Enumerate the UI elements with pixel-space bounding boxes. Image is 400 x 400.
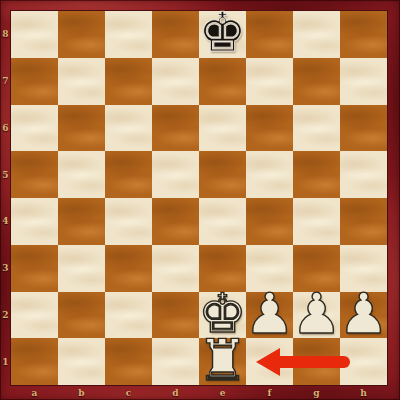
- square-h8[interactable]: [340, 11, 387, 58]
- square-b2[interactable]: [58, 292, 105, 339]
- square-b5[interactable]: [58, 151, 105, 198]
- square-g7[interactable]: [293, 58, 340, 105]
- chess-board: ♚♚♟♟♟♜: [11, 11, 387, 385]
- square-a6[interactable]: [11, 105, 58, 152]
- square-g6[interactable]: [293, 105, 340, 152]
- square-f7[interactable]: [246, 58, 293, 105]
- square-e2[interactable]: ♚: [199, 292, 246, 339]
- square-f6[interactable]: [246, 105, 293, 152]
- square-g1[interactable]: [293, 338, 340, 385]
- square-f1[interactable]: [246, 338, 293, 385]
- file-label-b: b: [58, 385, 105, 400]
- white-rook[interactable]: ♜: [199, 337, 246, 384]
- square-e4[interactable]: [199, 198, 246, 245]
- square-f2[interactable]: ♟: [246, 292, 293, 339]
- square-e8[interactable]: ♚: [199, 11, 246, 58]
- square-h4[interactable]: [340, 198, 387, 245]
- square-d8[interactable]: [152, 11, 199, 58]
- square-d7[interactable]: [152, 58, 199, 105]
- square-g8[interactable]: [293, 11, 340, 58]
- file-label-g: g: [293, 385, 340, 400]
- square-c4[interactable]: [105, 198, 152, 245]
- rank-labels: 87654321: [0, 11, 11, 385]
- square-e7[interactable]: [199, 58, 246, 105]
- square-d2[interactable]: [152, 292, 199, 339]
- rank-label-7: 7: [0, 58, 11, 105]
- rank-label-8: 8: [0, 11, 11, 58]
- rank-label-6: 6: [0, 105, 11, 152]
- square-c3[interactable]: [105, 245, 152, 292]
- rank-label-5: 5: [0, 151, 11, 198]
- file-label-f: f: [246, 385, 293, 400]
- white-pawn[interactable]: ♟: [293, 291, 340, 338]
- square-h5[interactable]: [340, 151, 387, 198]
- square-d5[interactable]: [152, 151, 199, 198]
- rank-label-2: 2: [0, 292, 11, 339]
- square-h2[interactable]: ♟: [340, 292, 387, 339]
- file-label-c: c: [105, 385, 152, 400]
- square-h3[interactable]: [340, 245, 387, 292]
- square-b6[interactable]: [58, 105, 105, 152]
- square-a5[interactable]: [11, 151, 58, 198]
- square-d3[interactable]: [152, 245, 199, 292]
- square-b7[interactable]: [58, 58, 105, 105]
- square-c6[interactable]: [105, 105, 152, 152]
- square-d1[interactable]: [152, 338, 199, 385]
- square-b3[interactable]: [58, 245, 105, 292]
- square-e5[interactable]: [199, 151, 246, 198]
- square-e3[interactable]: [199, 245, 246, 292]
- square-g4[interactable]: [293, 198, 340, 245]
- file-label-e: e: [199, 385, 246, 400]
- square-b1[interactable]: [58, 338, 105, 385]
- square-f8[interactable]: [246, 11, 293, 58]
- square-a7[interactable]: [11, 58, 58, 105]
- square-h1[interactable]: [340, 338, 387, 385]
- rank-label-4: 4: [0, 198, 11, 245]
- white-king[interactable]: ♚: [199, 291, 246, 338]
- square-b8[interactable]: [58, 11, 105, 58]
- square-b4[interactable]: [58, 198, 105, 245]
- square-a2[interactable]: [11, 292, 58, 339]
- square-c7[interactable]: [105, 58, 152, 105]
- square-e1[interactable]: ♜: [199, 338, 246, 385]
- square-a8[interactable]: [11, 11, 58, 58]
- square-g5[interactable]: [293, 151, 340, 198]
- square-e6[interactable]: [199, 105, 246, 152]
- white-pawn[interactable]: ♟: [340, 291, 387, 338]
- square-g3[interactable]: [293, 245, 340, 292]
- square-h6[interactable]: [340, 105, 387, 152]
- black-king[interactable]: ♚: [199, 10, 246, 57]
- chess-board-frame: ♚♚♟♟♟♜ 87654321 abcdefgh: [0, 0, 400, 400]
- file-labels: abcdefgh: [11, 385, 387, 400]
- square-f4[interactable]: [246, 198, 293, 245]
- square-c2[interactable]: [105, 292, 152, 339]
- square-d4[interactable]: [152, 198, 199, 245]
- square-c5[interactable]: [105, 151, 152, 198]
- square-a4[interactable]: [11, 198, 58, 245]
- square-f3[interactable]: [246, 245, 293, 292]
- square-h7[interactable]: [340, 58, 387, 105]
- square-g2[interactable]: ♟: [293, 292, 340, 339]
- rank-label-3: 3: [0, 245, 11, 292]
- square-c1[interactable]: [105, 338, 152, 385]
- square-f5[interactable]: [246, 151, 293, 198]
- square-a1[interactable]: [11, 338, 58, 385]
- square-c8[interactable]: [105, 11, 152, 58]
- square-a3[interactable]: [11, 245, 58, 292]
- rank-label-1: 1: [0, 338, 11, 385]
- file-label-a: a: [11, 385, 58, 400]
- white-pawn[interactable]: ♟: [246, 291, 293, 338]
- square-d6[interactable]: [152, 105, 199, 152]
- file-label-h: h: [340, 385, 387, 400]
- file-label-d: d: [152, 385, 199, 400]
